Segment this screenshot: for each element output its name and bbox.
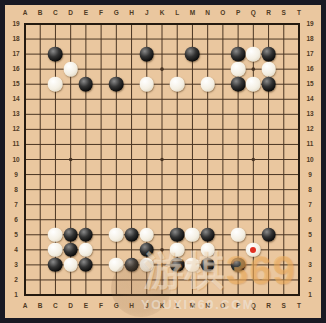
black-stone[interactable] bbox=[170, 258, 185, 273]
row-label-left: 8 bbox=[14, 186, 18, 193]
column-label-bottom: G bbox=[114, 303, 119, 310]
row-label-right: 16 bbox=[306, 66, 313, 73]
black-stone[interactable] bbox=[63, 227, 78, 242]
row-label-left: 3 bbox=[14, 262, 18, 269]
column-label-bottom: P bbox=[236, 303, 240, 310]
white-stone[interactable] bbox=[246, 47, 261, 62]
black-stone[interactable] bbox=[261, 47, 276, 62]
black-stone[interactable] bbox=[139, 47, 154, 62]
go-board: AABBCCDDEEFFGGHHJJKKLLMMNNOOPPQQRRSSTT19… bbox=[5, 5, 321, 318]
go-board-grid[interactable] bbox=[25, 24, 299, 295]
black-stone[interactable] bbox=[261, 77, 276, 92]
column-label-bottom: A bbox=[23, 303, 28, 310]
star-point bbox=[69, 158, 73, 162]
watermark-url: YOUXI369.COM bbox=[141, 299, 255, 312]
row-label-left: 1 bbox=[14, 292, 18, 299]
column-label-top: P bbox=[236, 10, 240, 17]
white-stone[interactable] bbox=[139, 258, 154, 273]
star-point bbox=[160, 158, 164, 162]
column-label-bottom: C bbox=[53, 303, 58, 310]
black-stone[interactable] bbox=[261, 227, 276, 242]
column-label-bottom: D bbox=[68, 303, 73, 310]
black-stone[interactable] bbox=[231, 77, 246, 92]
black-stone[interactable] bbox=[124, 227, 139, 242]
row-label-left: 18 bbox=[12, 36, 19, 43]
row-label-left: 16 bbox=[12, 66, 19, 73]
row-label-right: 17 bbox=[306, 51, 313, 58]
row-label-right: 15 bbox=[306, 81, 313, 88]
row-label-left: 7 bbox=[14, 201, 18, 208]
white-stone[interactable] bbox=[48, 227, 63, 242]
row-label-right: 5 bbox=[308, 232, 312, 239]
star-point bbox=[252, 67, 256, 71]
row-label-right: 2 bbox=[308, 277, 312, 284]
white-stone[interactable] bbox=[185, 258, 200, 273]
column-label-top: M bbox=[190, 10, 195, 17]
column-label-bottom: F bbox=[99, 303, 103, 310]
row-label-right: 1 bbox=[308, 292, 312, 299]
row-label-left: 13 bbox=[12, 111, 19, 118]
white-stone[interactable] bbox=[109, 227, 124, 242]
row-label-right: 11 bbox=[307, 141, 314, 148]
row-label-left: 17 bbox=[12, 51, 19, 58]
row-label-right: 10 bbox=[306, 156, 313, 163]
row-label-left: 5 bbox=[14, 232, 18, 239]
column-label-top: S bbox=[282, 10, 286, 17]
column-label-bottom: N bbox=[205, 303, 210, 310]
star-point bbox=[252, 158, 256, 162]
column-label-top: R bbox=[266, 10, 271, 17]
column-label-top: O bbox=[220, 10, 225, 17]
white-stone[interactable] bbox=[231, 62, 246, 77]
last-move-marker bbox=[250, 247, 256, 253]
star-point bbox=[160, 67, 164, 71]
black-stone[interactable] bbox=[231, 47, 246, 62]
column-label-top: N bbox=[205, 10, 210, 17]
row-label-right: 19 bbox=[306, 21, 313, 28]
row-label-right: 18 bbox=[306, 36, 313, 43]
white-stone[interactable] bbox=[261, 62, 276, 77]
row-label-left: 11 bbox=[13, 141, 20, 148]
row-label-right: 9 bbox=[308, 171, 312, 178]
column-label-top: B bbox=[38, 10, 43, 17]
column-label-bottom: J bbox=[145, 303, 149, 310]
row-label-right: 3 bbox=[308, 262, 312, 269]
column-label-top: T bbox=[297, 10, 301, 17]
row-label-right: 7 bbox=[308, 201, 312, 208]
white-stone[interactable] bbox=[48, 243, 63, 258]
black-stone[interactable] bbox=[124, 258, 139, 273]
column-label-bottom: M bbox=[190, 303, 195, 310]
row-label-right: 13 bbox=[306, 111, 313, 118]
row-label-left: 15 bbox=[12, 81, 19, 88]
column-label-top: D bbox=[68, 10, 73, 17]
column-label-top: F bbox=[99, 10, 103, 17]
white-stone[interactable] bbox=[246, 77, 261, 92]
star-point bbox=[160, 248, 164, 252]
row-label-left: 12 bbox=[12, 126, 19, 133]
white-stone[interactable] bbox=[63, 258, 78, 273]
column-label-bottom: Q bbox=[251, 303, 256, 310]
app-window: AABBCCDDEEFFGGHHJJKKLLMMNNOOPPQQRRSSTT19… bbox=[0, 0, 326, 323]
row-label-left: 9 bbox=[14, 171, 18, 178]
row-label-left: 10 bbox=[12, 156, 19, 163]
column-label-top: A bbox=[23, 10, 28, 17]
white-stone[interactable] bbox=[109, 258, 124, 273]
column-label-bottom: O bbox=[220, 303, 225, 310]
black-stone[interactable] bbox=[200, 227, 215, 242]
column-label-top: J bbox=[145, 10, 149, 17]
white-stone[interactable] bbox=[200, 77, 215, 92]
row-label-right: 4 bbox=[308, 247, 312, 254]
row-label-left: 19 bbox=[12, 21, 19, 28]
column-label-top: L bbox=[175, 10, 179, 17]
black-stone[interactable] bbox=[170, 227, 185, 242]
white-stone[interactable] bbox=[79, 243, 94, 258]
row-label-right: 8 bbox=[308, 186, 312, 193]
column-label-top: G bbox=[114, 10, 119, 17]
white-stone[interactable] bbox=[139, 227, 154, 242]
white-stone[interactable] bbox=[200, 243, 215, 258]
column-label-bottom: L bbox=[175, 303, 179, 310]
column-label-top: C bbox=[53, 10, 58, 17]
white-stone[interactable] bbox=[170, 77, 185, 92]
white-stone[interactable] bbox=[63, 62, 78, 77]
column-label-top: H bbox=[129, 10, 134, 17]
column-label-top: Q bbox=[251, 10, 256, 17]
column-label-bottom: T bbox=[297, 303, 301, 310]
column-label-top: K bbox=[160, 10, 165, 17]
white-stone[interactable] bbox=[170, 243, 185, 258]
black-stone[interactable] bbox=[48, 47, 63, 62]
black-stone[interactable] bbox=[48, 258, 63, 273]
black-stone[interactable] bbox=[63, 243, 78, 258]
column-label-bottom: R bbox=[266, 303, 271, 310]
row-label-left: 14 bbox=[12, 96, 19, 103]
white-stone[interactable] bbox=[48, 77, 63, 92]
black-stone[interactable] bbox=[79, 258, 94, 273]
black-stone[interactable] bbox=[79, 227, 94, 242]
black-stone[interactable] bbox=[185, 47, 200, 62]
black-stone[interactable] bbox=[79, 77, 94, 92]
row-label-left: 4 bbox=[14, 247, 18, 254]
row-label-right: 12 bbox=[306, 126, 313, 133]
black-stone[interactable] bbox=[200, 258, 215, 273]
column-label-bottom: H bbox=[129, 303, 134, 310]
row-label-left: 6 bbox=[14, 216, 18, 223]
black-stone[interactable] bbox=[139, 243, 154, 258]
white-stone[interactable] bbox=[185, 227, 200, 242]
black-stone[interactable] bbox=[231, 258, 246, 273]
column-label-bottom: S bbox=[282, 303, 286, 310]
column-label-bottom: E bbox=[84, 303, 88, 310]
row-label-right: 6 bbox=[308, 216, 312, 223]
row-label-right: 14 bbox=[306, 96, 313, 103]
column-label-top: E bbox=[84, 10, 88, 17]
white-stone[interactable] bbox=[231, 227, 246, 242]
row-label-left: 2 bbox=[14, 277, 18, 284]
column-label-bottom: K bbox=[160, 303, 165, 310]
white-stone[interactable] bbox=[139, 77, 154, 92]
black-stone[interactable] bbox=[109, 77, 124, 92]
column-label-bottom: B bbox=[38, 303, 43, 310]
